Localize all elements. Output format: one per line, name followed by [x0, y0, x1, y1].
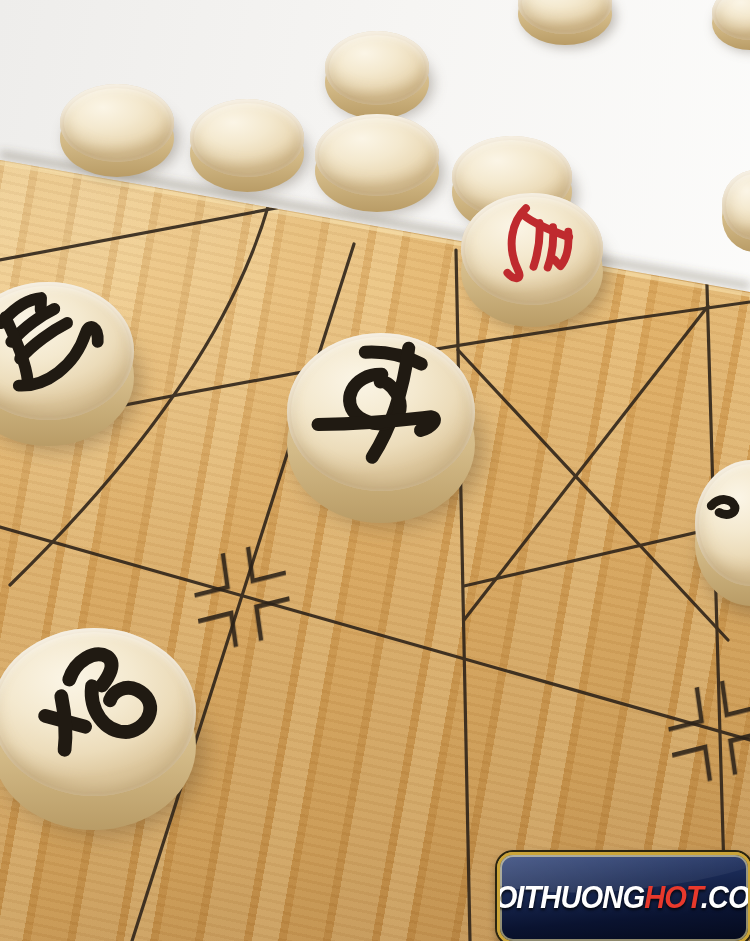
watermark-part3: .COM [701, 880, 750, 915]
black-partial-character [699, 480, 750, 536]
piece-black-chariot[interactable] [287, 333, 475, 491]
blank-disc[interactable] [190, 99, 304, 177]
palace-diagonal [458, 350, 728, 640]
point-marker [664, 673, 750, 789]
blank-disc[interactable] [712, 0, 750, 40]
watermark-part2: HOT [644, 880, 701, 915]
watermark-part1: DOITHUONG [497, 880, 644, 915]
blank-disc[interactable] [722, 170, 750, 240]
red-horse-character [481, 194, 583, 296]
blank-disc[interactable] [518, 0, 612, 34]
xiangqi-photo-scene: DOITHUONGHOT.COM [0, 0, 750, 941]
rank-line [0, 196, 340, 260]
piece-black-horse[interactable] [0, 282, 134, 420]
blank-disc[interactable] [325, 31, 429, 105]
watermark-badge: DOITHUONGHOT.COM [497, 852, 750, 941]
palace-diagonal [464, 306, 708, 620]
piece-black-partial[interactable] [695, 460, 750, 586]
piece-black-cannon[interactable] [0, 628, 196, 796]
piece-red-horse[interactable] [461, 193, 603, 305]
blank-disc[interactable] [60, 84, 174, 162]
black-chariot-character [304, 326, 458, 480]
watermark-text: DOITHUONGHOT.COM [497, 880, 750, 916]
blank-disc[interactable] [315, 114, 439, 196]
